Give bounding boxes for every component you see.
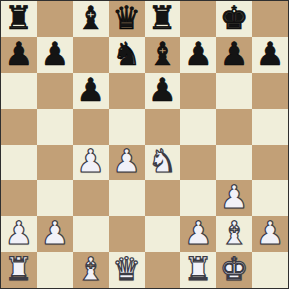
square-c2[interactable] (73, 216, 109, 252)
square-b8[interactable] (37, 1, 73, 37)
square-b7[interactable]: ♟ (37, 37, 73, 73)
square-e5[interactable] (145, 109, 181, 145)
piece-white-bishop-c1[interactable]: ♝ (76, 253, 105, 285)
square-f2[interactable]: ♟ (180, 216, 216, 252)
piece-white-pawn-g3[interactable]: ♟ (220, 181, 249, 213)
square-d3[interactable] (109, 180, 145, 216)
piece-black-rook-e8[interactable]: ♜ (148, 2, 177, 34)
piece-white-rook-f1[interactable]: ♜ (184, 253, 213, 285)
square-g8[interactable]: ♚ (216, 1, 252, 37)
square-b2[interactable]: ♟ (37, 216, 73, 252)
piece-white-king-g1[interactable]: ♚ (220, 253, 249, 285)
square-c5[interactable] (73, 109, 109, 145)
square-d7[interactable]: ♞ (109, 37, 145, 73)
square-d6[interactable] (109, 73, 145, 109)
piece-black-pawn-a7[interactable]: ♟ (5, 38, 34, 70)
square-e4[interactable]: ♞ (145, 145, 181, 181)
square-e2[interactable] (145, 216, 181, 252)
square-c6[interactable]: ♟ (73, 73, 109, 109)
square-a5[interactable] (1, 109, 37, 145)
square-f3[interactable] (180, 180, 216, 216)
piece-white-pawn-f2[interactable]: ♟ (184, 217, 213, 249)
square-g7[interactable]: ♟ (216, 37, 252, 73)
square-f7[interactable]: ♟ (180, 37, 216, 73)
square-g2[interactable]: ♝ (216, 216, 252, 252)
square-c4[interactable]: ♟ (73, 145, 109, 181)
square-f1[interactable]: ♜ (180, 252, 216, 288)
square-g3[interactable]: ♟ (216, 180, 252, 216)
square-a2[interactable]: ♟ (1, 216, 37, 252)
square-e3[interactable] (145, 180, 181, 216)
square-a6[interactable] (1, 73, 37, 109)
piece-black-king-g8[interactable]: ♚ (220, 2, 249, 34)
square-h2[interactable]: ♟ (252, 216, 288, 252)
square-d4[interactable]: ♟ (109, 145, 145, 181)
piece-black-bishop-c8[interactable]: ♝ (76, 2, 105, 34)
piece-black-bishop-e7[interactable]: ♝ (148, 38, 177, 70)
square-d8[interactable]: ♛ (109, 1, 145, 37)
square-b6[interactable] (37, 73, 73, 109)
square-h4[interactable] (252, 145, 288, 181)
piece-black-queen-d8[interactable]: ♛ (112, 2, 141, 34)
square-f8[interactable] (180, 1, 216, 37)
square-a7[interactable]: ♟ (1, 37, 37, 73)
square-f5[interactable] (180, 109, 216, 145)
piece-white-pawn-c4[interactable]: ♟ (76, 145, 105, 177)
square-h7[interactable]: ♟ (252, 37, 288, 73)
square-a3[interactable] (1, 180, 37, 216)
square-h6[interactable] (252, 73, 288, 109)
piece-black-pawn-h7[interactable]: ♟ (256, 38, 285, 70)
square-h5[interactable] (252, 109, 288, 145)
square-c3[interactable] (73, 180, 109, 216)
square-e1[interactable] (145, 252, 181, 288)
square-e7[interactable]: ♝ (145, 37, 181, 73)
square-c7[interactable] (73, 37, 109, 73)
square-h3[interactable] (252, 180, 288, 216)
square-b3[interactable] (37, 180, 73, 216)
square-f6[interactable] (180, 73, 216, 109)
piece-white-pawn-a2[interactable]: ♟ (5, 217, 34, 249)
piece-white-pawn-b2[interactable]: ♟ (40, 217, 69, 249)
square-g4[interactable] (216, 145, 252, 181)
square-a1[interactable]: ♜ (1, 252, 37, 288)
piece-white-queen-d1[interactable]: ♛ (112, 253, 141, 285)
square-c1[interactable]: ♝ (73, 252, 109, 288)
square-g5[interactable] (216, 109, 252, 145)
piece-black-pawn-c6[interactable]: ♟ (76, 74, 105, 106)
square-f4[interactable] (180, 145, 216, 181)
square-h8[interactable] (252, 1, 288, 37)
piece-white-rook-a1[interactable]: ♜ (5, 253, 34, 285)
piece-black-pawn-f7[interactable]: ♟ (184, 38, 213, 70)
piece-white-pawn-d4[interactable]: ♟ (112, 145, 141, 177)
square-a4[interactable] (1, 145, 37, 181)
piece-black-pawn-e6[interactable]: ♟ (148, 74, 177, 106)
square-d2[interactable] (109, 216, 145, 252)
piece-black-pawn-b7[interactable]: ♟ (40, 38, 69, 70)
piece-white-knight-e4[interactable]: ♞ (148, 145, 177, 177)
square-b5[interactable] (37, 109, 73, 145)
square-g6[interactable] (216, 73, 252, 109)
piece-white-pawn-h2[interactable]: ♟ (256, 217, 285, 249)
square-d1[interactable]: ♛ (109, 252, 145, 288)
square-c8[interactable]: ♝ (73, 1, 109, 37)
square-e6[interactable]: ♟ (145, 73, 181, 109)
square-a8[interactable]: ♜ (1, 1, 37, 37)
piece-black-rook-a8[interactable]: ♜ (5, 2, 34, 34)
square-e8[interactable]: ♜ (145, 1, 181, 37)
piece-black-knight-d7[interactable]: ♞ (112, 38, 141, 70)
piece-white-bishop-g2[interactable]: ♝ (220, 217, 249, 249)
square-d5[interactable] (109, 109, 145, 145)
square-b1[interactable] (37, 252, 73, 288)
chess-board: ♜♝♛♜♚♟♟♞♝♟♟♟♟♟♟♟♞♟♟♟♟♝♟♜♝♛♜♚ (0, 0, 289, 289)
piece-black-pawn-g7[interactable]: ♟ (220, 38, 249, 70)
square-h1[interactable] (252, 252, 288, 288)
square-b4[interactable] (37, 145, 73, 181)
square-g1[interactable]: ♚ (216, 252, 252, 288)
